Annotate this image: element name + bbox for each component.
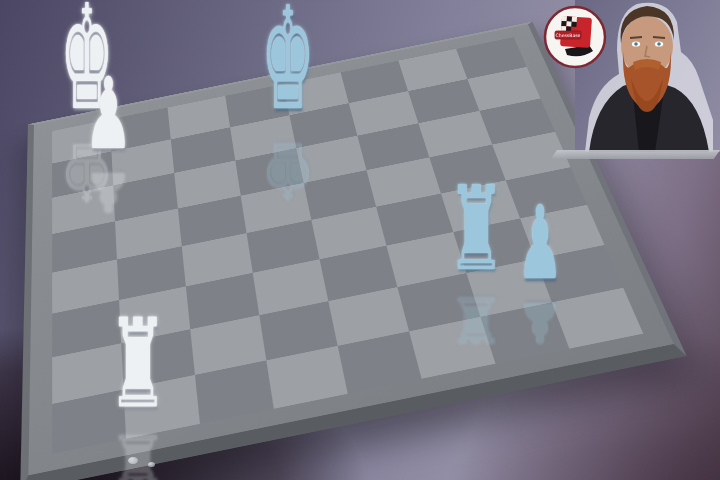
chessbase-logo-icon: ChessBase xyxy=(543,5,607,69)
chessbase-logo: ChessBase xyxy=(543,5,607,69)
chess-board-3d xyxy=(21,24,665,474)
logo-banner-text: ChessBase xyxy=(556,33,581,38)
webcam-bottom-edge xyxy=(551,150,720,159)
glass-droplet xyxy=(128,457,138,464)
background: ♚♚♟♟♜♜♚♚♜♜♟♟ xyxy=(0,0,720,480)
board-grid xyxy=(52,37,643,454)
glass-droplet xyxy=(148,462,155,467)
